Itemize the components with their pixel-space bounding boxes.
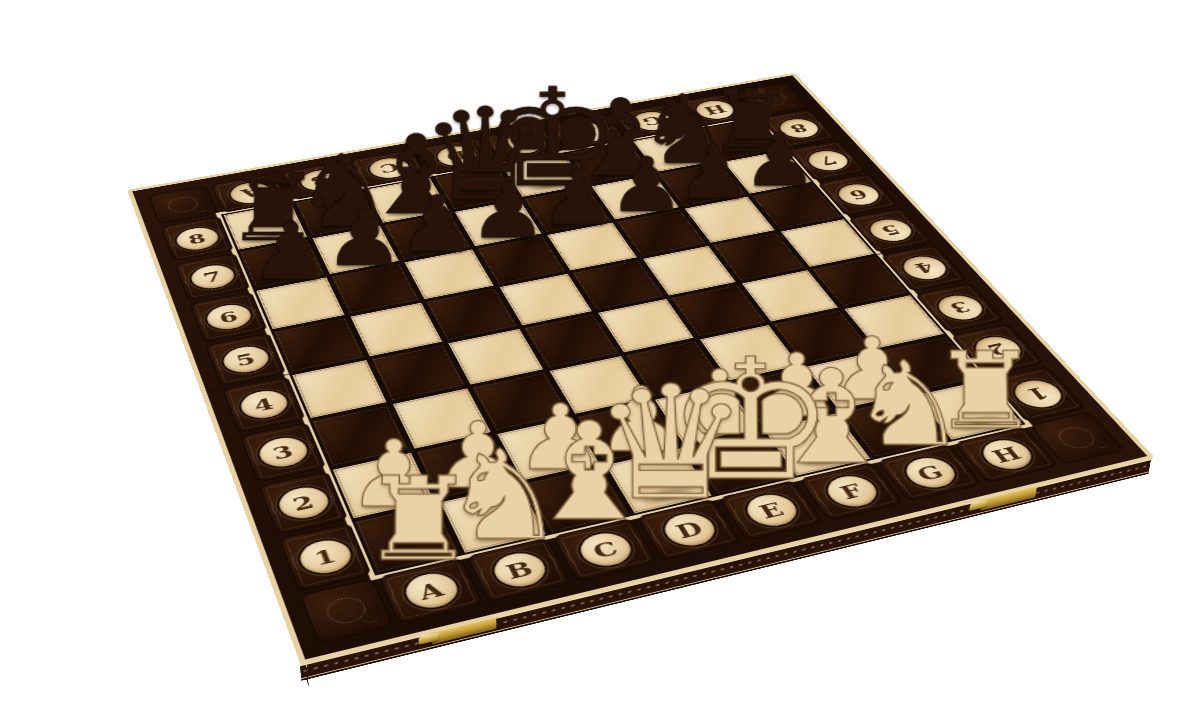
- border-corner-bottom-right: [1029, 411, 1125, 465]
- file-label-top-e-medal: E: [499, 132, 547, 156]
- file-label-bottom-d-medal: D: [657, 509, 721, 549]
- board-frame-grid: AA88BB77CC66DD55EE44FF33GG22HH11: [146, 82, 1129, 647]
- rank-label-left-5-medal: 5: [219, 343, 272, 376]
- border-corner-bottom-left: [300, 578, 393, 644]
- rank-label-right-4-medal: 4: [896, 253, 952, 282]
- board-surface: AA88BB77CC66DD55EE44FF33GG22HH11 ♜♞♝♛♚♝♞…: [127, 73, 1155, 665]
- brass-latch-2: [979, 485, 1036, 511]
- rank-label-right-5-medal: 5: [863, 216, 917, 243]
- rank-label-right-6-medal: 6: [832, 181, 885, 207]
- rank-label-left-7-medal: 7: [187, 262, 237, 291]
- product-photo-stage: AA88BB77CC66DD55EE44FF33GG22HH11 ♜♞♝♛♚♝♞…: [0, 0, 1200, 703]
- file-label-bottom-f-medal: F: [819, 472, 883, 510]
- rank-label-left-6: 6: [189, 292, 267, 343]
- rank-label-right-7-medal: 7: [802, 148, 853, 173]
- rank-label-right-2-medal: 2: [967, 333, 1027, 365]
- file-label-bottom-a-medal: A: [399, 569, 462, 612]
- rank-label-left-2-medal: 2: [274, 483, 333, 522]
- rank-label-left-6-medal: 6: [203, 301, 254, 332]
- rank-label-left-1-medal: 1: [294, 536, 355, 578]
- file-label-top-b-medal: B: [296, 168, 343, 193]
- file-label-bottom-g-medal: G: [898, 454, 962, 492]
- file-label-top-d-medal: D: [432, 144, 480, 169]
- rank-label-right-8-medal: 8: [774, 116, 824, 139]
- file-label-bottom-e-medal: E: [739, 490, 803, 529]
- rank-label-left-4-medal: 4: [236, 387, 291, 422]
- file-label-top-f-medal: F: [564, 121, 612, 145]
- file-label-top-c-medal: C: [365, 155, 413, 180]
- file-label-top-g-medal: G: [628, 109, 676, 132]
- rank-label-right-1-medal: 1: [1006, 377, 1068, 411]
- chess-board: AA88BB77CC66DD55EE44FF33GG22HH11 ♜♞♝♛♚♝♞…: [127, 73, 1155, 665]
- file-label-bottom-c-medal: C: [573, 529, 637, 570]
- file-label-bottom-b-medal: B: [487, 549, 550, 591]
- rank-label-right-3-medal: 3: [931, 292, 989, 322]
- rank-label-left-8-medal: 8: [173, 225, 221, 253]
- file-label-top-a-medal: A: [226, 180, 273, 206]
- file-label-top-h-medal: H: [690, 98, 738, 121]
- file-label-bottom-h-medal: H: [974, 436, 1038, 473]
- rank-label-left-3-medal: 3: [254, 434, 311, 471]
- brass-latch-1: [432, 616, 497, 644]
